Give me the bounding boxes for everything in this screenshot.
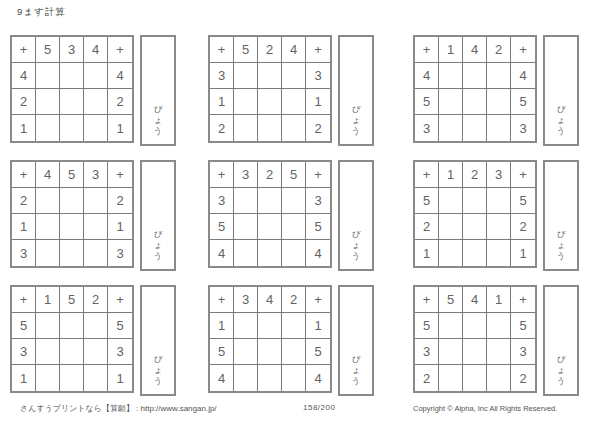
answer-cell [282,365,306,391]
seconds-label-box: びょう [140,285,176,396]
column-header-cell: 4 [463,37,487,63]
answer-cell [282,188,306,214]
answer-cell [234,339,258,365]
answer-cell [36,365,60,391]
answer-cell [84,339,108,365]
seconds-label-box: びょう [543,160,579,271]
answer-cell [234,365,258,391]
row-header-cell: 2 [12,89,36,115]
answer-cell [36,214,60,240]
addition-grid-7: +152+553311 [10,285,134,393]
answer-cell [463,214,487,240]
addition-grid-2: +524+331122 [208,35,332,143]
row-header-cell: 4 [415,63,439,89]
answer-cell [463,313,487,339]
answer-cell [234,115,258,141]
puzzle-group-3: +142+445533びょう [413,35,579,146]
row-header-cell: 3 [415,115,439,141]
row-header-cell: 3 [108,240,132,266]
row-header-cell: 5 [511,188,535,214]
answer-cell [439,188,463,214]
row-header-cell: 1 [12,214,36,240]
column-header-cell: 4 [36,162,60,188]
row-header-cell: 1 [108,214,132,240]
puzzle-group-6: +123+552211びょう [413,160,579,271]
seconds-label-box: びょう [543,35,579,146]
operator-cell: + [108,162,132,188]
answer-cell [463,63,487,89]
operator-cell: + [108,287,132,313]
row-header-cell: 2 [415,365,439,391]
row-header-cell: 5 [210,339,234,365]
row-header-cell: 3 [511,339,535,365]
seconds-label-char: び [557,229,566,240]
row-header-cell: 4 [306,365,330,391]
operator-cell: + [415,162,439,188]
puzzle-group-2: +524+331122びょう [208,35,374,146]
answer-cell [487,240,511,266]
seconds-label-char: ょ [557,115,566,126]
operator-cell: + [12,37,36,63]
answer-cell [36,115,60,141]
answer-cell [234,89,258,115]
puzzle-group-5: +325+335544びょう [208,160,374,271]
row-header-cell: 3 [12,240,36,266]
column-header-cell: 5 [282,162,306,188]
answer-cell [234,63,258,89]
answer-cell [282,214,306,240]
column-header-cell: 2 [258,37,282,63]
operator-cell: + [306,37,330,63]
row-header-cell: 3 [108,339,132,365]
answer-cell [36,89,60,115]
answer-cell [463,188,487,214]
answer-cell [258,89,282,115]
seconds-label-char: び [154,229,163,240]
answer-cell [258,115,282,141]
operator-cell: + [108,37,132,63]
answer-cell [258,188,282,214]
answer-cell [84,115,108,141]
column-header-cell: 5 [60,287,84,313]
seconds-label-char: び [352,354,361,365]
column-header-cell: 1 [487,287,511,313]
answer-cell [84,89,108,115]
column-header-cell: 3 [234,162,258,188]
row-header-cell: 4 [210,365,234,391]
answer-cell [84,240,108,266]
row-header-cell: 5 [415,89,439,115]
operator-cell: + [511,162,535,188]
row-header-cell: 3 [306,63,330,89]
addition-grid-6: +123+552211 [413,160,537,268]
footer-copyright: Copyright © Alpha, Inc All Rights Reserv… [413,404,557,413]
seconds-label-char: ょ [352,240,361,251]
answer-cell [439,89,463,115]
seconds-label-char: う [557,376,566,387]
seconds-label-char: び [352,229,361,240]
answer-cell [282,63,306,89]
puzzle-group-9: +541+553322びょう [413,285,579,396]
row-header-cell: 2 [511,214,535,240]
column-header-cell: 4 [258,287,282,313]
puzzle-group-7: +152+553311びょう [10,285,176,396]
operator-cell: + [210,287,234,313]
answer-cell [258,63,282,89]
row-header-cell: 5 [511,89,535,115]
row-header-cell: 1 [415,240,439,266]
row-header-cell: 5 [108,313,132,339]
seconds-label-char: び [557,354,566,365]
row-header-cell: 3 [511,115,535,141]
answer-cell [234,313,258,339]
answer-cell [60,240,84,266]
operator-cell: + [210,37,234,63]
row-header-cell: 5 [511,313,535,339]
seconds-label-char: う [557,126,566,137]
column-header-cell: 2 [463,162,487,188]
row-header-cell: 3 [210,63,234,89]
answer-cell [282,89,306,115]
seconds-label-box: びょう [140,35,176,146]
seconds-label-char: び [154,354,163,365]
answer-cell [36,188,60,214]
row-header-cell: 3 [306,188,330,214]
answer-cell [84,313,108,339]
answer-cell [439,365,463,391]
row-header-cell: 1 [108,115,132,141]
row-header-cell: 1 [12,365,36,391]
answer-cell [282,313,306,339]
row-header-cell: 2 [511,365,535,391]
row-header-cell: 4 [511,63,535,89]
column-header-cell: 1 [439,37,463,63]
row-header-cell: 3 [210,188,234,214]
seconds-label-char: ょ [557,240,566,251]
column-header-cell: 5 [60,162,84,188]
row-header-cell: 4 [12,63,36,89]
seconds-label-box: びょう [140,160,176,271]
seconds-label-char: ょ [352,365,361,376]
row-header-cell: 2 [12,188,36,214]
operator-cell: + [306,287,330,313]
worksheet-page: { "game": "masu-keisan (9-square additio… [0,0,600,422]
answer-cell [60,365,84,391]
answer-cell [60,214,84,240]
answer-cell [84,365,108,391]
operator-cell: + [306,162,330,188]
answer-cell [487,115,511,141]
operator-cell: + [415,37,439,63]
column-header-cell: 2 [487,37,511,63]
column-header-cell: 2 [282,287,306,313]
column-header-cell: 1 [439,162,463,188]
column-header-cell: 4 [463,287,487,313]
operator-cell: + [511,287,535,313]
operator-cell: + [511,37,535,63]
answer-cell [463,240,487,266]
answer-cell [84,214,108,240]
answer-cell [463,115,487,141]
row-header-cell: 2 [306,115,330,141]
column-header-cell: 5 [36,37,60,63]
operator-cell: + [12,287,36,313]
column-header-cell: 5 [234,37,258,63]
answer-cell [439,339,463,365]
answer-cell [60,313,84,339]
seconds-label-char: ょ [352,115,361,126]
answer-cell [84,63,108,89]
column-header-cell: 1 [36,287,60,313]
column-header-cell: 2 [258,162,282,188]
row-header-cell: 2 [210,115,234,141]
answer-cell [487,365,511,391]
seconds-label-char: う [352,126,361,137]
column-header-cell: 2 [84,287,108,313]
puzzle-group-1: +534+442211びょう [10,35,176,146]
row-header-cell: 5 [415,313,439,339]
answer-cell [487,313,511,339]
answer-cell [84,188,108,214]
column-header-cell: 3 [487,162,511,188]
footer-page-number: 158/200 [303,403,335,412]
answer-cell [463,365,487,391]
seconds-label-char: び [352,104,361,115]
column-header-cell: 4 [282,37,306,63]
answer-cell [463,89,487,115]
row-header-cell: 3 [415,339,439,365]
answer-cell [439,115,463,141]
seconds-label-box: びょう [338,35,374,146]
answer-cell [487,63,511,89]
row-header-cell: 2 [108,188,132,214]
row-header-cell: 3 [12,339,36,365]
addition-grid-4: +453+221133 [10,160,134,268]
operator-cell: + [415,287,439,313]
row-header-cell: 1 [210,313,234,339]
seconds-label-box: びょう [543,285,579,396]
addition-grid-1: +534+442211 [10,35,134,143]
row-header-cell: 1 [12,115,36,141]
answer-cell [60,89,84,115]
seconds-label-char: う [352,251,361,262]
answer-cell [60,63,84,89]
addition-grid-3: +142+445533 [413,35,537,143]
column-header-cell: 3 [234,287,258,313]
column-header-cell: 4 [84,37,108,63]
answer-cell [258,365,282,391]
answer-cell [258,214,282,240]
seconds-label-char: ょ [154,115,163,126]
seconds-label-char: う [154,376,163,387]
seconds-label-char: う [154,251,163,262]
answer-cell [234,188,258,214]
answer-cell [487,89,511,115]
answer-cell [282,240,306,266]
row-header-cell: 5 [210,214,234,240]
seconds-label-char: う [352,376,361,387]
row-header-cell: 2 [415,214,439,240]
page-title: 9ます計算 [17,6,66,19]
answer-cell [487,188,511,214]
column-header-cell: 3 [84,162,108,188]
answer-cell [439,63,463,89]
answer-cell [439,313,463,339]
row-header-cell: 2 [108,89,132,115]
row-header-cell: 1 [210,89,234,115]
column-header-cell: 5 [439,287,463,313]
answer-cell [36,339,60,365]
answer-cell [36,63,60,89]
seconds-label-box: びょう [338,285,374,396]
operator-cell: + [210,162,234,188]
row-header-cell: 1 [511,240,535,266]
answer-cell [60,115,84,141]
answer-cell [282,339,306,365]
answer-cell [258,313,282,339]
seconds-label-char: う [557,251,566,262]
seconds-label-char: ょ [154,240,163,251]
answer-cell [487,339,511,365]
row-header-cell: 4 [306,240,330,266]
answer-cell [60,188,84,214]
answer-cell [282,115,306,141]
row-header-cell: 5 [415,188,439,214]
column-header-cell: 3 [60,37,84,63]
seconds-label-char: ょ [154,365,163,376]
answer-cell [463,339,487,365]
answer-cell [36,240,60,266]
seconds-label-char: う [154,126,163,137]
answer-cell [258,240,282,266]
addition-grid-9: +541+553322 [413,285,537,393]
footer-site-text: さんすうプリントなら【算願】 : http://www.sangan.jp/ [20,403,217,414]
row-header-cell: 1 [306,89,330,115]
addition-grid-8: +342+115544 [208,285,332,393]
seconds-label-char: び [154,104,163,115]
answer-cell [60,339,84,365]
addition-grid-5: +325+335544 [208,160,332,268]
row-header-cell: 5 [306,214,330,240]
row-header-cell: 1 [306,313,330,339]
puzzle-group-4: +453+221133びょう [10,160,176,271]
row-header-cell: 4 [210,240,234,266]
answer-cell [439,240,463,266]
row-header-cell: 4 [108,63,132,89]
answer-cell [258,339,282,365]
answer-cell [234,240,258,266]
row-header-cell: 5 [12,313,36,339]
answer-cell [36,313,60,339]
seconds-label-box: びょう [338,160,374,271]
row-header-cell: 1 [108,365,132,391]
row-header-cell: 5 [306,339,330,365]
seconds-label-char: び [557,104,566,115]
seconds-label-char: ょ [557,365,566,376]
answer-cell [439,214,463,240]
operator-cell: + [12,162,36,188]
puzzle-group-8: +342+115544びょう [208,285,374,396]
answer-cell [487,214,511,240]
answer-cell [234,214,258,240]
